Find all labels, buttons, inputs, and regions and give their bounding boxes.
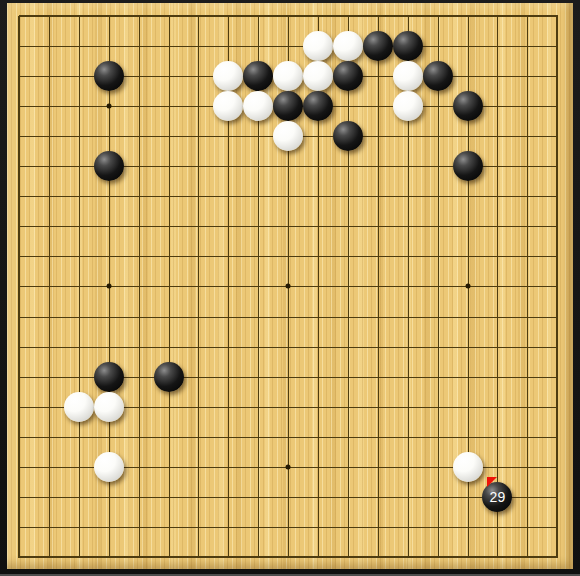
stone-white <box>303 61 333 91</box>
stone-white <box>393 61 423 91</box>
grid-line-vertical <box>438 16 439 558</box>
stone-white <box>94 392 124 422</box>
grid-line-horizontal <box>19 556 558 558</box>
stone-black <box>154 362 184 392</box>
stone-white <box>393 91 423 121</box>
star-point <box>106 284 111 289</box>
stone-black <box>363 31 393 61</box>
stone-white <box>453 452 483 482</box>
stone-black <box>393 31 423 61</box>
grid-line-horizontal <box>19 527 558 528</box>
stone-black <box>94 61 124 91</box>
star-point <box>286 284 291 289</box>
grid-line-vertical <box>378 16 379 558</box>
stone-black <box>333 61 363 91</box>
grid-line-vertical <box>556 16 558 558</box>
stone-black <box>94 362 124 392</box>
stone-white <box>243 91 273 121</box>
stone-black <box>243 61 273 91</box>
stone-white <box>64 392 94 422</box>
stone-black-last-move: 29 <box>482 482 512 512</box>
stone-black <box>303 91 333 121</box>
stone-black <box>94 151 124 181</box>
stone-white <box>273 121 303 151</box>
grid-line-horizontal <box>19 437 558 438</box>
grid-line-vertical <box>348 16 349 558</box>
star-point <box>286 464 291 469</box>
stone-black <box>333 121 363 151</box>
star-point <box>465 284 470 289</box>
app-frame: 29 <box>0 0 580 576</box>
stone-black <box>423 61 453 91</box>
stone-black <box>273 91 303 121</box>
goban-board[interactable]: 29 <box>7 3 573 569</box>
stone-white <box>273 61 303 91</box>
last-move-marker-icon <box>487 477 497 487</box>
grid-line-horizontal <box>19 317 558 318</box>
grid-line-horizontal <box>19 497 558 498</box>
star-point <box>106 104 111 109</box>
stone-white <box>303 31 333 61</box>
stone-black <box>453 91 483 121</box>
grid-line-vertical <box>497 16 498 558</box>
stone-white <box>213 91 243 121</box>
stone-white <box>213 61 243 91</box>
grid-line-horizontal <box>19 347 558 348</box>
move-number-label: 29 <box>490 490 506 504</box>
stone-white <box>333 31 363 61</box>
stone-black <box>453 151 483 181</box>
stone-white <box>94 452 124 482</box>
grid-line-vertical <box>527 16 528 558</box>
